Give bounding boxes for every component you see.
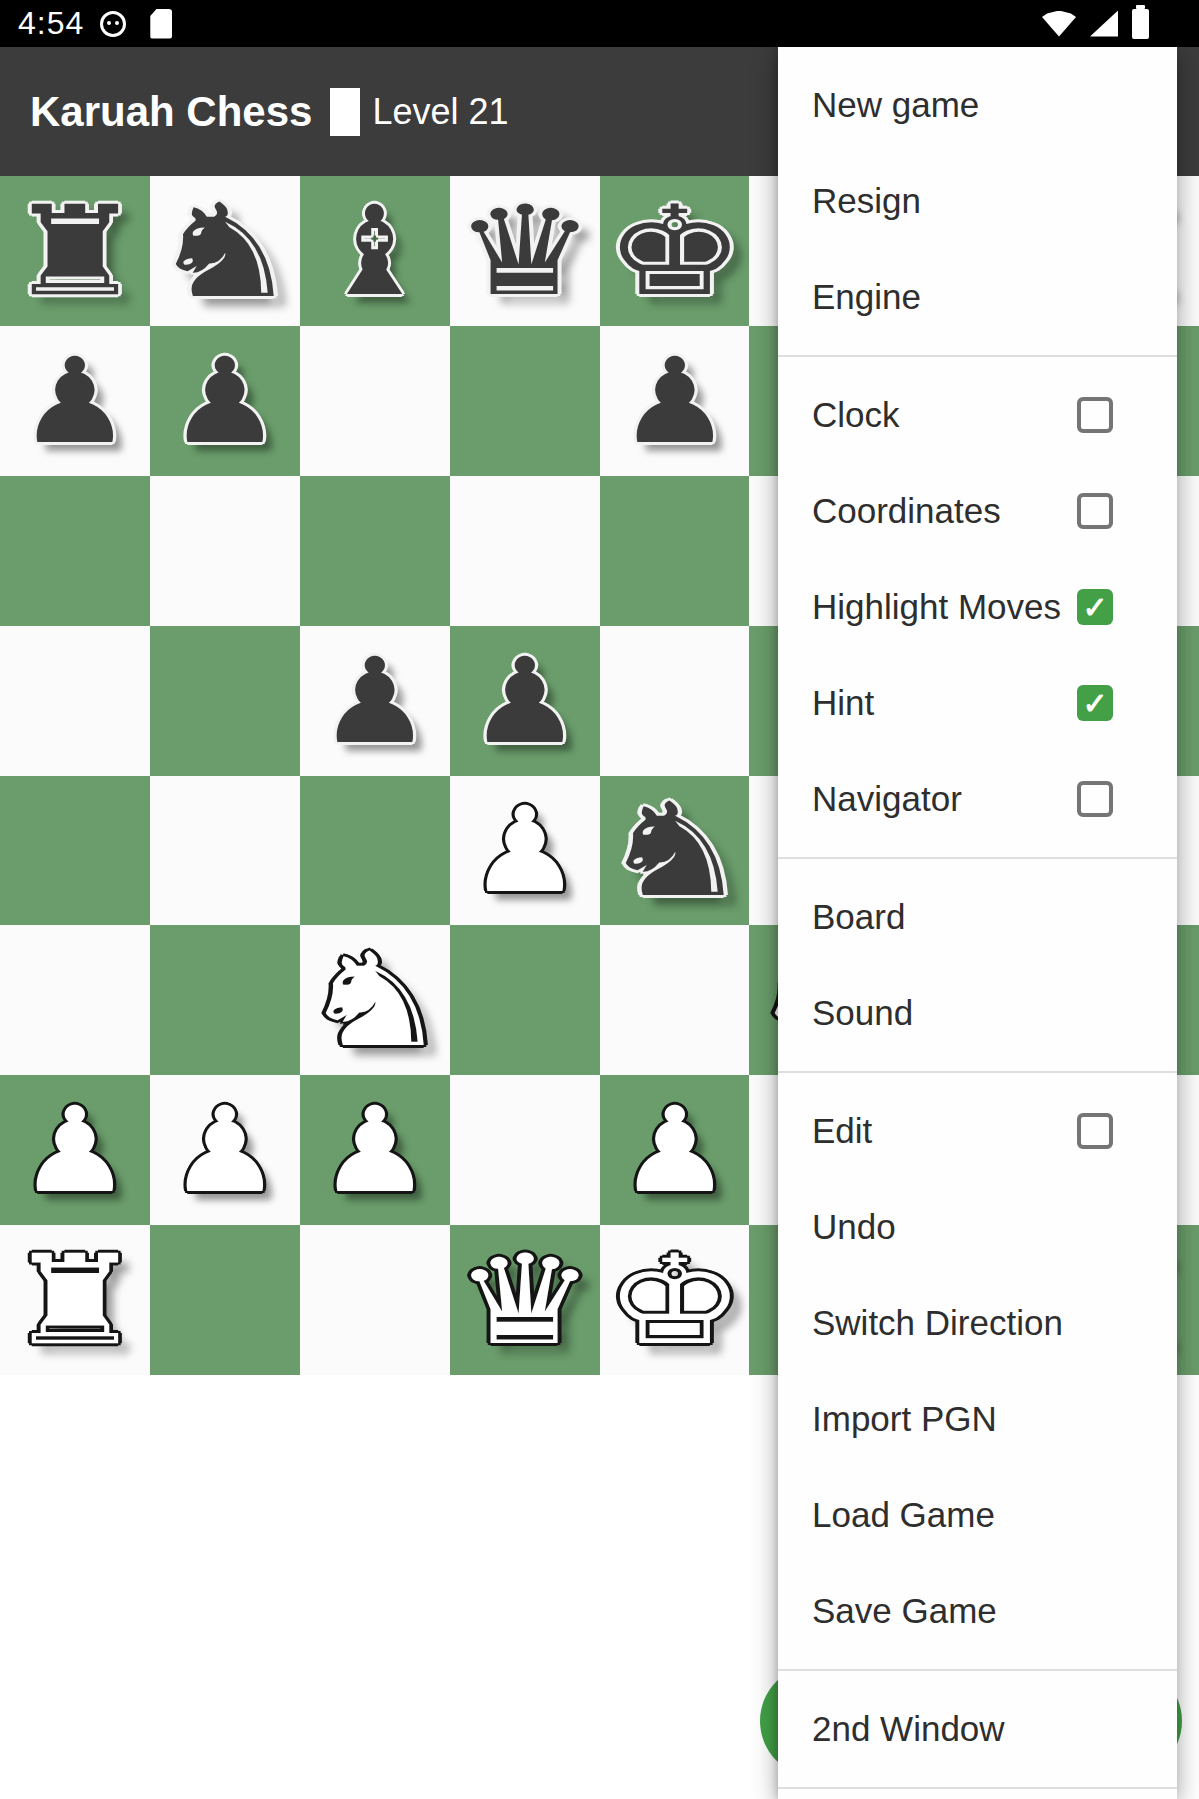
- menu-item-hint[interactable]: Hint✓: [778, 655, 1177, 751]
- square-c8[interactable]: ♝: [300, 176, 450, 326]
- wifi-icon: [1042, 11, 1076, 37]
- status-right-icons: [1042, 9, 1149, 39]
- white-pawn-c2: ♟: [318, 1091, 432, 1209]
- menu-item-load-game[interactable]: Load Game: [778, 1467, 1177, 1563]
- white-king-e1: ♚: [604, 1238, 745, 1362]
- square-d6[interactable]: [450, 476, 600, 626]
- black-bishop-c8: ♝: [322, 189, 428, 313]
- black-pawn-e7: ♟: [617, 342, 731, 460]
- checkbox-edit-unchecked[interactable]: [1077, 1113, 1113, 1149]
- menu-item-label-engine: Engine: [812, 277, 921, 317]
- black-king-e8: ♚: [604, 189, 745, 313]
- square-a7[interactable]: ♟: [0, 326, 150, 476]
- menu-item-label-navigator: Navigator: [812, 779, 962, 819]
- white-knight-c3: ♞: [298, 935, 451, 1065]
- checkbox-highlight-moves-checked[interactable]: ✓: [1077, 589, 1113, 625]
- black-knight-e4: ♞: [598, 786, 751, 916]
- menu-item-label-clock: Clock: [812, 395, 900, 435]
- square-c6[interactable]: [300, 476, 450, 626]
- menu-item-label-2nd-window: 2nd Window: [812, 1709, 1005, 1749]
- square-e6[interactable]: [600, 476, 750, 626]
- square-d7[interactable]: [450, 326, 600, 476]
- menu-item-label-sound: Sound: [812, 993, 913, 1033]
- clock-time: 4:54: [18, 5, 84, 42]
- square-e4[interactable]: ♞: [600, 776, 750, 926]
- square-a5[interactable]: [0, 626, 150, 776]
- menu-item-2nd-window[interactable]: 2nd Window: [778, 1681, 1177, 1777]
- square-c3[interactable]: ♞: [300, 925, 450, 1075]
- square-e5[interactable]: [600, 626, 750, 776]
- square-b5[interactable]: [150, 626, 300, 776]
- black-knight-b8: ♞: [148, 186, 301, 316]
- square-d1[interactable]: ♛: [450, 1225, 600, 1375]
- menu-item-clock[interactable]: Clock: [778, 367, 1177, 463]
- menu-item-edit[interactable]: Edit: [778, 1083, 1177, 1179]
- menu-section-5: 2nd Window: [778, 1671, 1177, 1789]
- square-e1[interactable]: ♚: [600, 1225, 750, 1375]
- white-pawn-e2: ♟: [617, 1091, 731, 1209]
- menu-item-label-undo: Undo: [812, 1207, 896, 1247]
- menu-item-label-load-game: Load Game: [812, 1495, 995, 1535]
- square-b6[interactable]: [150, 476, 300, 626]
- checkbox-coordinates-unchecked[interactable]: [1077, 493, 1113, 529]
- menu-item-label-coordinates: Coordinates: [812, 491, 1001, 531]
- black-rook-a8: ♜: [6, 189, 144, 313]
- white-rook-a1: ♜: [6, 1238, 144, 1362]
- status-bar: 4:54: [0, 0, 1199, 47]
- square-d8[interactable]: ♛: [450, 176, 600, 326]
- square-c1[interactable]: [300, 1225, 450, 1375]
- battery-icon: [1132, 9, 1149, 39]
- checkbox-hint-checked[interactable]: ✓: [1077, 685, 1113, 721]
- sd-card-icon: [150, 9, 172, 39]
- square-d2[interactable]: [450, 1075, 600, 1225]
- menu-item-label-board: Board: [812, 897, 905, 937]
- menu-item-label-import-pgn: Import PGN: [812, 1399, 997, 1439]
- square-b3[interactable]: [150, 925, 300, 1075]
- checkbox-clock-unchecked[interactable]: [1077, 397, 1113, 433]
- menu-item-board[interactable]: Board: [778, 869, 1177, 965]
- square-b1[interactable]: [150, 1225, 300, 1375]
- black-pawn-b7: ♟: [168, 342, 282, 460]
- cell-signal-icon: [1090, 11, 1118, 37]
- square-a8[interactable]: ♜: [0, 176, 150, 326]
- square-c7[interactable]: [300, 326, 450, 476]
- menu-item-undo[interactable]: Undo: [778, 1179, 1177, 1275]
- black-pawn-a7: ♟: [18, 342, 132, 460]
- square-b2[interactable]: ♟: [150, 1075, 300, 1225]
- menu-item-resign[interactable]: Resign: [778, 153, 1177, 249]
- turn-indicator-white-square: [330, 88, 360, 136]
- screen: 4:54 Karuah Chess Level 21 ♜♞♝♛♚♜♟♟♟♟♟♟♞…: [0, 0, 1199, 1799]
- square-b7[interactable]: ♟: [150, 326, 300, 476]
- menu-item-navigator[interactable]: Navigator: [778, 751, 1177, 847]
- engine-level-label: Level 21: [372, 91, 508, 133]
- square-a1[interactable]: ♜: [0, 1225, 150, 1375]
- square-d4[interactable]: ♟: [450, 776, 600, 926]
- square-c2[interactable]: ♟: [300, 1075, 450, 1225]
- black-queen-d8: ♛: [453, 189, 596, 313]
- checkbox-navigator-unchecked[interactable]: [1077, 781, 1113, 817]
- square-a2[interactable]: ♟: [0, 1075, 150, 1225]
- menu-item-label-edit: Edit: [812, 1111, 872, 1151]
- menu-section-3: BoardSound: [778, 859, 1177, 1073]
- menu-item-switch-direction[interactable]: Switch Direction: [778, 1275, 1177, 1371]
- square-e7[interactable]: ♟: [600, 326, 750, 476]
- square-b4[interactable]: [150, 776, 300, 926]
- overflow-menu: New gameResignEngineClockCoordinatesHigh…: [778, 47, 1177, 1799]
- square-e8[interactable]: ♚: [600, 176, 750, 326]
- square-e2[interactable]: ♟: [600, 1075, 750, 1225]
- menu-section-1: New gameResignEngine: [778, 47, 1177, 357]
- menu-item-label-highlight-moves: Highlight Moves: [812, 587, 1061, 627]
- status-left-icons: [100, 9, 172, 39]
- menu-section-4: EditUndoSwitch DirectionImport PGNLoad G…: [778, 1073, 1177, 1671]
- menu-item-coordinates[interactable]: Coordinates: [778, 463, 1177, 559]
- black-pawn-c5: ♟: [318, 642, 432, 760]
- square-e3[interactable]: [600, 925, 750, 1075]
- menu-item-label-save-game: Save Game: [812, 1591, 997, 1631]
- square-c5[interactable]: ♟: [300, 626, 450, 776]
- square-d5[interactable]: ♟: [450, 626, 600, 776]
- white-pawn-a2: ♟: [18, 1091, 132, 1209]
- menu-item-sound[interactable]: Sound: [778, 965, 1177, 1061]
- menu-item-label-resign: Resign: [812, 181, 921, 221]
- square-a3[interactable]: [0, 925, 150, 1075]
- white-pawn-b2: ♟: [168, 1091, 282, 1209]
- menu-item-save-game[interactable]: Save Game: [778, 1563, 1177, 1659]
- menu-item-label-hint: Hint: [812, 683, 874, 723]
- app-title: Karuah Chess: [30, 88, 312, 136]
- data-saver-icon: [100, 11, 126, 37]
- square-b8[interactable]: ♞: [150, 176, 300, 326]
- white-queen-d1: ♛: [453, 1238, 596, 1362]
- menu-item-label-switch-direction: Switch Direction: [812, 1303, 1063, 1343]
- square-c4[interactable]: [300, 776, 450, 926]
- menu-item-label-new-game: New game: [812, 85, 979, 125]
- menu-item-new-game[interactable]: New game: [778, 57, 1177, 153]
- white-pawn-d4: ♟: [467, 791, 581, 909]
- menu-item-engine[interactable]: Engine: [778, 249, 1177, 345]
- square-a4[interactable]: [0, 776, 150, 926]
- square-a6[interactable]: [0, 476, 150, 626]
- menu-item-highlight-moves[interactable]: Highlight Moves✓: [778, 559, 1177, 655]
- menu-section-2: ClockCoordinatesHighlight Moves✓Hint✓Nav…: [778, 357, 1177, 859]
- square-d3[interactable]: [450, 925, 600, 1075]
- black-pawn-d5: ♟: [467, 642, 581, 760]
- menu-item-import-pgn[interactable]: Import PGN: [778, 1371, 1177, 1467]
